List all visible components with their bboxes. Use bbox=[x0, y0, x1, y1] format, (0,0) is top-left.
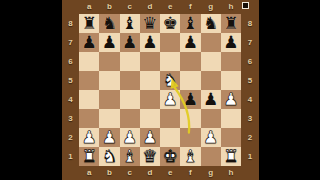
black-pawn[interactable]: ♟ bbox=[140, 33, 160, 52]
file-label-bottom-f: f bbox=[180, 166, 200, 180]
square-a3[interactable] bbox=[79, 109, 99, 128]
rank-label-right-3: 3 bbox=[241, 109, 259, 128]
white-bishop[interactable]: ♝ bbox=[120, 147, 140, 166]
square-c7[interactable]: ♟ bbox=[120, 33, 140, 52]
white-queen[interactable]: ♛ bbox=[140, 147, 160, 166]
square-b6[interactable] bbox=[99, 52, 119, 71]
black-rook[interactable]: ♜ bbox=[221, 14, 241, 33]
file-label-bottom-a: a bbox=[79, 166, 99, 180]
square-g6[interactable] bbox=[201, 52, 221, 71]
white-pawn[interactable]: ♟ bbox=[221, 90, 241, 109]
file-label-top-a: a bbox=[79, 0, 99, 14]
square-d1[interactable]: ♛ bbox=[140, 147, 160, 166]
square-c8[interactable]: ♝ bbox=[120, 14, 140, 33]
square-e1[interactable]: ♚ bbox=[160, 147, 180, 166]
white-pawn[interactable]: ♟ bbox=[79, 128, 99, 147]
square-b1[interactable]: ♞ bbox=[99, 147, 119, 166]
square-c3[interactable] bbox=[120, 109, 140, 128]
black-pawn[interactable]: ♟ bbox=[99, 33, 119, 52]
board-squares: ♜♞♝♛♚♝♞♜♟♟♟♟♟♟♞♟♟♟♟♟♟♟♟♟♜♞♝♛♚♝♜ bbox=[79, 14, 241, 166]
white-rook[interactable]: ♜ bbox=[79, 147, 99, 166]
white-bishop[interactable]: ♝ bbox=[180, 147, 200, 166]
file-label-top-f: f bbox=[180, 0, 200, 14]
square-a7[interactable]: ♟ bbox=[79, 33, 99, 52]
square-c5[interactable] bbox=[120, 71, 140, 90]
white-pawn[interactable]: ♟ bbox=[99, 128, 119, 147]
white-pawn[interactable]: ♟ bbox=[160, 90, 180, 109]
file-label-top-b: b bbox=[99, 0, 119, 14]
square-g8[interactable]: ♞ bbox=[201, 14, 221, 33]
square-h2[interactable] bbox=[221, 128, 241, 147]
square-d3[interactable] bbox=[140, 109, 160, 128]
square-g7[interactable] bbox=[201, 33, 221, 52]
black-pawn[interactable]: ♟ bbox=[180, 90, 200, 109]
square-h7[interactable]: ♟ bbox=[221, 33, 241, 52]
file-label-top-d: d bbox=[140, 0, 160, 14]
square-c6[interactable] bbox=[120, 52, 140, 71]
square-h6[interactable] bbox=[221, 52, 241, 71]
square-b2[interactable]: ♟ bbox=[99, 128, 119, 147]
square-f4[interactable]: ♟ bbox=[180, 90, 200, 109]
black-rook[interactable]: ♜ bbox=[79, 14, 99, 33]
square-e8[interactable]: ♚ bbox=[160, 14, 180, 33]
rank-label-left-4: 4 bbox=[62, 90, 79, 109]
black-bishop[interactable]: ♝ bbox=[120, 14, 140, 33]
square-b7[interactable]: ♟ bbox=[99, 33, 119, 52]
square-f6[interactable] bbox=[180, 52, 200, 71]
square-b4[interactable] bbox=[99, 90, 119, 109]
square-h1[interactable]: ♜ bbox=[221, 147, 241, 166]
video-frame: abcdefgh abcdefgh 87654321 87654321 ♜♞♝♛… bbox=[0, 0, 320, 180]
file-label-bottom-e: e bbox=[160, 166, 180, 180]
file-label-bottom-h: h bbox=[221, 166, 241, 180]
white-knight[interactable]: ♞ bbox=[99, 147, 119, 166]
square-a5[interactable] bbox=[79, 71, 99, 90]
file-label-top-e: e bbox=[160, 0, 180, 14]
square-f2[interactable] bbox=[180, 128, 200, 147]
square-e7[interactable] bbox=[160, 33, 180, 52]
square-e3[interactable] bbox=[160, 109, 180, 128]
square-h4[interactable]: ♟ bbox=[221, 90, 241, 109]
square-d2[interactable]: ♟ bbox=[140, 128, 160, 147]
square-a4[interactable] bbox=[79, 90, 99, 109]
file-labels-top: abcdefgh bbox=[79, 0, 241, 14]
black-knight[interactable]: ♞ bbox=[201, 14, 221, 33]
rank-label-right-2: 2 bbox=[241, 128, 259, 147]
rank-label-right-6: 6 bbox=[241, 52, 259, 71]
square-f7[interactable]: ♟ bbox=[180, 33, 200, 52]
square-d8[interactable]: ♛ bbox=[140, 14, 160, 33]
file-label-bottom-g: g bbox=[201, 166, 221, 180]
square-g2[interactable]: ♟ bbox=[201, 128, 221, 147]
square-c1[interactable]: ♝ bbox=[120, 147, 140, 166]
square-b8[interactable]: ♞ bbox=[99, 14, 119, 33]
square-d6[interactable] bbox=[140, 52, 160, 71]
square-b5[interactable] bbox=[99, 71, 119, 90]
file-label-bottom-d: d bbox=[140, 166, 160, 180]
white-king[interactable]: ♚ bbox=[160, 147, 180, 166]
white-pawn[interactable]: ♟ bbox=[201, 128, 221, 147]
file-labels-bottom: abcdefgh bbox=[79, 166, 241, 180]
square-f3[interactable] bbox=[180, 109, 200, 128]
square-e2[interactable] bbox=[160, 128, 180, 147]
rank-label-left-5: 5 bbox=[62, 71, 79, 90]
rank-label-right-4: 4 bbox=[241, 90, 259, 109]
rank-label-right-8: 8 bbox=[241, 14, 259, 33]
square-e5[interactable]: ♞ bbox=[160, 71, 180, 90]
square-e6[interactable] bbox=[160, 52, 180, 71]
file-label-bottom-c: c bbox=[120, 166, 140, 180]
square-a6[interactable] bbox=[79, 52, 99, 71]
square-c2[interactable]: ♟ bbox=[120, 128, 140, 147]
black-pawn[interactable]: ♟ bbox=[120, 33, 140, 52]
white-pawn[interactable]: ♟ bbox=[140, 128, 160, 147]
square-f1[interactable]: ♝ bbox=[180, 147, 200, 166]
rank-label-right-7: 7 bbox=[241, 33, 259, 52]
black-pawn[interactable]: ♟ bbox=[201, 90, 221, 109]
file-label-bottom-b: b bbox=[99, 166, 119, 180]
square-g5[interactable] bbox=[201, 71, 221, 90]
square-a2[interactable]: ♟ bbox=[79, 128, 99, 147]
white-knight[interactable]: ♞ bbox=[160, 71, 180, 90]
rank-label-right-5: 5 bbox=[241, 71, 259, 90]
square-g1[interactable] bbox=[201, 147, 221, 166]
rank-label-left-3: 3 bbox=[62, 109, 79, 128]
rank-label-left-6: 6 bbox=[62, 52, 79, 71]
file-label-top-h: h bbox=[221, 0, 241, 14]
corner-marker-icon bbox=[242, 2, 249, 9]
rank-label-left-7: 7 bbox=[62, 33, 79, 52]
rank-label-right-1: 1 bbox=[241, 147, 259, 166]
square-f5[interactable] bbox=[180, 71, 200, 90]
rank-label-left-1: 1 bbox=[62, 147, 79, 166]
square-h8[interactable]: ♜ bbox=[221, 14, 241, 33]
rank-labels-right: 87654321 bbox=[241, 14, 259, 166]
white-pawn[interactable]: ♟ bbox=[120, 128, 140, 147]
square-d7[interactable]: ♟ bbox=[140, 33, 160, 52]
black-queen[interactable]: ♛ bbox=[140, 14, 160, 33]
chess-board: abcdefgh abcdefgh 87654321 87654321 ♜♞♝♛… bbox=[62, 0, 259, 180]
square-c4[interactable] bbox=[120, 90, 140, 109]
square-h3[interactable] bbox=[221, 109, 241, 128]
black-pawn[interactable]: ♟ bbox=[180, 33, 200, 52]
rank-label-left-8: 8 bbox=[62, 14, 79, 33]
file-label-top-c: c bbox=[120, 0, 140, 14]
file-label-top-g: g bbox=[201, 0, 221, 14]
square-f8[interactable]: ♝ bbox=[180, 14, 200, 33]
black-pawn[interactable]: ♟ bbox=[79, 33, 99, 52]
black-bishop[interactable]: ♝ bbox=[180, 14, 200, 33]
rank-labels-left: 87654321 bbox=[62, 14, 79, 166]
square-g3[interactable] bbox=[201, 109, 221, 128]
square-a8[interactable]: ♜ bbox=[79, 14, 99, 33]
square-g4[interactable]: ♟ bbox=[201, 90, 221, 109]
square-d4[interactable] bbox=[140, 90, 160, 109]
square-e4[interactable]: ♟ bbox=[160, 90, 180, 109]
black-knight[interactable]: ♞ bbox=[99, 14, 119, 33]
rank-label-left-2: 2 bbox=[62, 128, 79, 147]
white-rook[interactable]: ♜ bbox=[221, 147, 241, 166]
square-h5[interactable] bbox=[221, 71, 241, 90]
black-pawn[interactable]: ♟ bbox=[221, 33, 241, 52]
square-b3[interactable] bbox=[99, 109, 119, 128]
black-king[interactable]: ♚ bbox=[160, 14, 180, 33]
square-a1[interactable]: ♜ bbox=[79, 147, 99, 166]
square-d5[interactable] bbox=[140, 71, 160, 90]
